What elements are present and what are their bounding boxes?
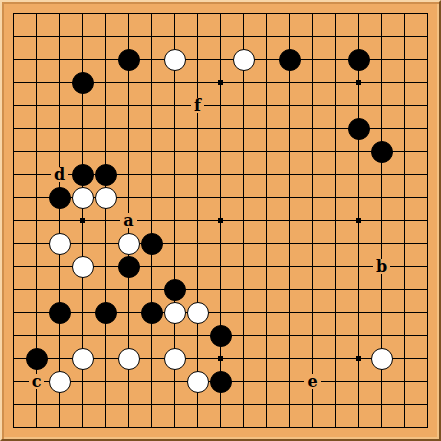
- black-stone: [72, 164, 94, 186]
- star-point: [80, 218, 85, 223]
- white-stone: [72, 348, 94, 370]
- black-stone: [210, 371, 232, 393]
- star-point: [356, 80, 361, 85]
- point-label-e: e: [304, 374, 320, 389]
- white-stone: [164, 302, 186, 324]
- black-stone: [371, 141, 393, 163]
- star-point: [218, 80, 223, 85]
- star-point: [218, 356, 223, 361]
- black-stone: [118, 49, 140, 71]
- black-stone: [141, 302, 163, 324]
- black-stone: [164, 279, 186, 301]
- white-stone: [371, 348, 393, 370]
- white-stone: [187, 302, 209, 324]
- board-intersections: abcdef: [2, 2, 439, 439]
- black-stone: [26, 348, 48, 370]
- white-stone: [49, 371, 71, 393]
- star-point: [356, 218, 361, 223]
- star-point: [218, 218, 223, 223]
- white-stone: [49, 233, 71, 255]
- black-stone: [49, 302, 71, 324]
- white-stone: [164, 49, 186, 71]
- white-stone: [233, 49, 255, 71]
- white-stone: [72, 256, 94, 278]
- white-stone: [164, 348, 186, 370]
- black-stone: [348, 49, 370, 71]
- point-label-f: f: [191, 98, 204, 113]
- black-stone: [49, 187, 71, 209]
- white-stone: [118, 233, 140, 255]
- black-stone: [141, 233, 163, 255]
- white-stone: [187, 371, 209, 393]
- black-stone: [279, 49, 301, 71]
- black-stone: [348, 118, 370, 140]
- black-stone: [118, 256, 140, 278]
- black-stone: [95, 302, 117, 324]
- star-point: [356, 356, 361, 361]
- point-label-c: c: [29, 374, 45, 389]
- point-label-a: a: [120, 213, 136, 228]
- go-board: abcdef: [0, 0, 441, 441]
- black-stone: [72, 72, 94, 94]
- point-label-d: d: [51, 167, 68, 182]
- black-stone: [95, 164, 117, 186]
- point-label-b: b: [373, 259, 390, 274]
- white-stone: [95, 187, 117, 209]
- white-stone: [118, 348, 140, 370]
- white-stone: [72, 187, 94, 209]
- black-stone: [210, 325, 232, 347]
